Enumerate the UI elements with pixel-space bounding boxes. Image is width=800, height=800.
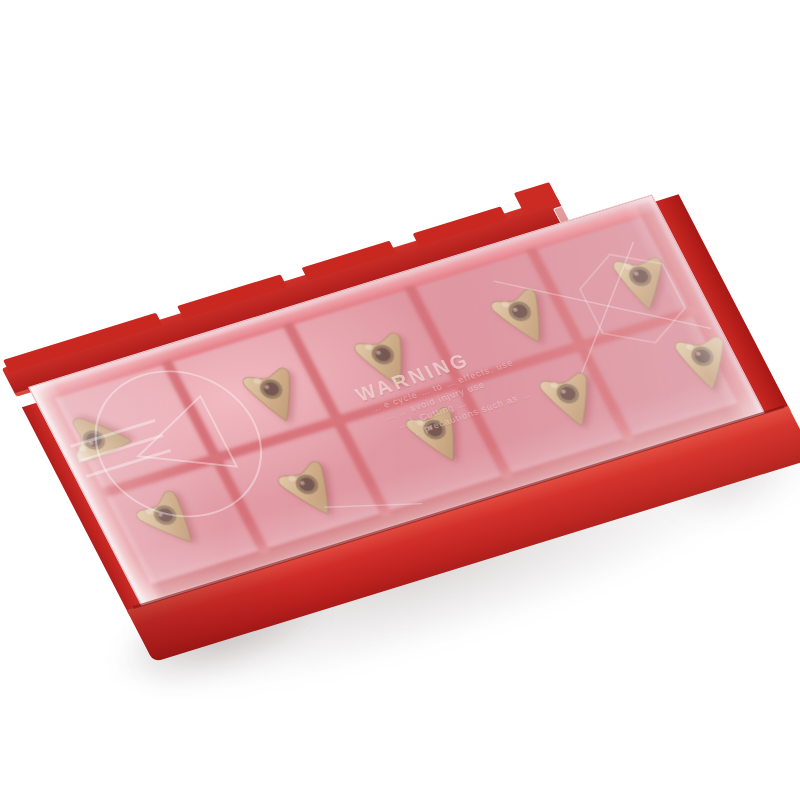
insert-box: WARNING … e cycle … to … effects, use … … [28,195,764,608]
product-photo-scene: WARNING … e cycle … to … effects, use … … [0,0,800,800]
